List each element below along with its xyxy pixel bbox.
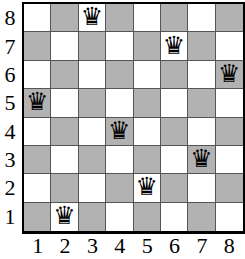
square-3-5[interactable] bbox=[79, 89, 106, 117]
square-6-2[interactable] bbox=[161, 174, 188, 202]
rank-label: 5 bbox=[0, 89, 20, 117]
square-6-7[interactable]: ♛ bbox=[161, 32, 188, 60]
square-1-7[interactable] bbox=[24, 32, 51, 60]
rank-label: 3 bbox=[0, 146, 20, 174]
square-4-5[interactable] bbox=[106, 89, 133, 117]
square-5-5[interactable] bbox=[134, 89, 161, 117]
file-label: 3 bbox=[79, 233, 106, 259]
black-queen: ♛ bbox=[108, 118, 130, 143]
square-4-3[interactable] bbox=[106, 146, 133, 174]
file-label: 6 bbox=[161, 233, 188, 259]
square-3-4[interactable] bbox=[79, 118, 106, 146]
square-2-7[interactable] bbox=[51, 32, 78, 60]
square-4-7[interactable] bbox=[106, 32, 133, 60]
square-1-8[interactable] bbox=[24, 4, 51, 32]
black-queen: ♛ bbox=[163, 33, 185, 58]
file-label: 8 bbox=[216, 233, 243, 259]
file-label: 7 bbox=[188, 233, 215, 259]
black-queen: ♛ bbox=[218, 61, 240, 86]
chess-board: ♛♛♛♛♛♛♛♛ bbox=[22, 2, 245, 234]
square-1-3[interactable] bbox=[24, 146, 51, 174]
square-3-1[interactable] bbox=[79, 203, 106, 231]
square-4-8[interactable] bbox=[106, 4, 133, 32]
rank-label: 8 bbox=[0, 4, 20, 32]
square-8-4[interactable] bbox=[216, 118, 243, 146]
square-5-6[interactable] bbox=[134, 61, 161, 89]
rank-label: 1 bbox=[0, 203, 20, 231]
square-1-2[interactable] bbox=[24, 174, 51, 202]
square-7-6[interactable] bbox=[188, 61, 215, 89]
file-label: 4 bbox=[106, 233, 133, 259]
square-6-5[interactable] bbox=[161, 89, 188, 117]
black-queen: ♛ bbox=[190, 146, 212, 171]
square-3-2[interactable] bbox=[79, 174, 106, 202]
square-4-6[interactable] bbox=[106, 61, 133, 89]
black-queen: ♛ bbox=[135, 174, 157, 199]
square-4-1[interactable] bbox=[106, 203, 133, 231]
file-coordinates: 12345678 bbox=[24, 233, 243, 258]
square-4-2[interactable] bbox=[106, 174, 133, 202]
square-8-2[interactable] bbox=[216, 174, 243, 202]
square-2-8[interactable] bbox=[51, 4, 78, 32]
square-7-8[interactable] bbox=[188, 4, 215, 32]
rank-label: 7 bbox=[0, 32, 20, 60]
file-label: 1 bbox=[24, 233, 51, 259]
square-6-8[interactable] bbox=[161, 4, 188, 32]
rank-label: 6 bbox=[0, 61, 20, 89]
square-8-5[interactable] bbox=[216, 89, 243, 117]
black-queen: ♛ bbox=[81, 4, 103, 29]
square-1-1[interactable] bbox=[24, 203, 51, 231]
square-1-4[interactable] bbox=[24, 118, 51, 146]
square-8-7[interactable] bbox=[216, 32, 243, 60]
square-7-1[interactable] bbox=[188, 203, 215, 231]
black-queen: ♛ bbox=[26, 89, 48, 114]
square-3-3[interactable] bbox=[79, 146, 106, 174]
square-5-7[interactable] bbox=[134, 32, 161, 60]
square-7-2[interactable] bbox=[188, 174, 215, 202]
square-8-8[interactable] bbox=[216, 4, 243, 32]
square-2-5[interactable] bbox=[51, 89, 78, 117]
file-label: 2 bbox=[51, 233, 78, 259]
square-2-2[interactable] bbox=[51, 174, 78, 202]
square-5-3[interactable] bbox=[134, 146, 161, 174]
square-3-8[interactable]: ♛ bbox=[79, 4, 106, 32]
square-8-3[interactable] bbox=[216, 146, 243, 174]
square-5-1[interactable] bbox=[134, 203, 161, 231]
rank-label: 2 bbox=[0, 174, 20, 202]
square-3-6[interactable] bbox=[79, 61, 106, 89]
rank-coordinates: 87654321 bbox=[0, 4, 20, 231]
rank-label: 4 bbox=[0, 118, 20, 146]
square-8-1[interactable] bbox=[216, 203, 243, 231]
square-6-3[interactable] bbox=[161, 146, 188, 174]
square-2-6[interactable] bbox=[51, 61, 78, 89]
square-7-7[interactable] bbox=[188, 32, 215, 60]
square-2-1[interactable]: ♛ bbox=[51, 203, 78, 231]
square-8-6[interactable]: ♛ bbox=[216, 61, 243, 89]
square-4-4[interactable]: ♛ bbox=[106, 118, 133, 146]
square-7-5[interactable] bbox=[188, 89, 215, 117]
square-5-4[interactable] bbox=[134, 118, 161, 146]
square-7-3[interactable]: ♛ bbox=[188, 146, 215, 174]
square-3-7[interactable] bbox=[79, 32, 106, 60]
square-5-8[interactable] bbox=[134, 4, 161, 32]
chess-diagram: 87654321 ♛♛♛♛♛♛♛♛ 12345678 bbox=[0, 0, 245, 259]
square-6-4[interactable] bbox=[161, 118, 188, 146]
square-2-3[interactable] bbox=[51, 146, 78, 174]
square-1-6[interactable] bbox=[24, 61, 51, 89]
square-6-1[interactable] bbox=[161, 203, 188, 231]
file-label: 5 bbox=[134, 233, 161, 259]
square-7-4[interactable] bbox=[188, 118, 215, 146]
square-5-2[interactable]: ♛ bbox=[134, 174, 161, 202]
square-1-5[interactable]: ♛ bbox=[24, 89, 51, 117]
square-6-6[interactable] bbox=[161, 61, 188, 89]
black-queen: ♛ bbox=[53, 203, 75, 228]
square-2-4[interactable] bbox=[51, 118, 78, 146]
